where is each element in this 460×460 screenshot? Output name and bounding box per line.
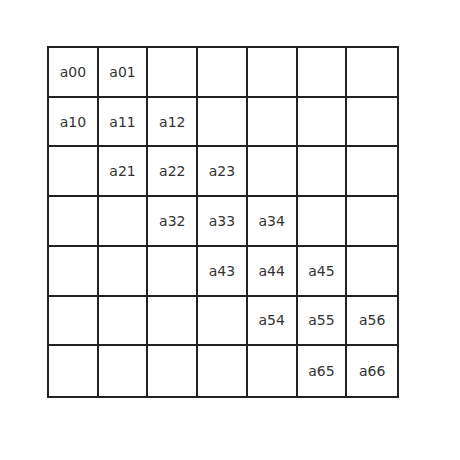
cell-r0c6 bbox=[347, 48, 397, 98]
cell-r3c6 bbox=[347, 197, 397, 247]
matrix-grid: a00a01a10a11a12a21a22a23a32a33a34a43a44a… bbox=[47, 46, 399, 398]
cell-r0c5 bbox=[298, 48, 348, 98]
cell-r6c3 bbox=[198, 346, 248, 396]
cell-r4c2 bbox=[148, 247, 198, 297]
cell-r6c5: a65 bbox=[298, 346, 348, 396]
cell-r1c4 bbox=[248, 98, 298, 148]
cell-r2c0 bbox=[49, 147, 99, 197]
cell-r5c5: a55 bbox=[298, 297, 348, 347]
cell-r5c1 bbox=[99, 297, 149, 347]
cell-r3c2: a32 bbox=[148, 197, 198, 247]
cell-r3c4: a34 bbox=[248, 197, 298, 247]
cell-r1c6 bbox=[347, 98, 397, 148]
cell-r5c2 bbox=[148, 297, 198, 347]
cell-r6c1 bbox=[99, 346, 149, 396]
cell-r4c1 bbox=[99, 247, 149, 297]
cell-r5c4: a54 bbox=[248, 297, 298, 347]
cell-r5c3 bbox=[198, 297, 248, 347]
cell-r5c6: a56 bbox=[347, 297, 397, 347]
cell-r4c0 bbox=[49, 247, 99, 297]
cell-r0c0: a00 bbox=[49, 48, 99, 98]
cell-r1c0: a10 bbox=[49, 98, 99, 148]
cell-r3c0 bbox=[49, 197, 99, 247]
cell-r0c2 bbox=[148, 48, 198, 98]
cell-r3c3: a33 bbox=[198, 197, 248, 247]
cell-r2c5 bbox=[298, 147, 348, 197]
cell-r1c3 bbox=[198, 98, 248, 148]
cell-r1c1: a11 bbox=[99, 98, 149, 148]
cell-r3c1 bbox=[99, 197, 149, 247]
cell-r2c4 bbox=[248, 147, 298, 197]
page: a00a01a10a11a12a21a22a23a32a33a34a43a44a… bbox=[0, 0, 460, 460]
cell-r5c0 bbox=[49, 297, 99, 347]
cell-r4c4: a44 bbox=[248, 247, 298, 297]
cell-r2c6 bbox=[347, 147, 397, 197]
cell-r4c3: a43 bbox=[198, 247, 248, 297]
cell-r2c1: a21 bbox=[99, 147, 149, 197]
cell-r0c3 bbox=[198, 48, 248, 98]
cell-r2c3: a23 bbox=[198, 147, 248, 197]
cell-r6c0 bbox=[49, 346, 99, 396]
cell-r6c4 bbox=[248, 346, 298, 396]
cell-r3c5 bbox=[298, 197, 348, 247]
cell-r1c5 bbox=[298, 98, 348, 148]
cell-r6c2 bbox=[148, 346, 198, 396]
cell-r6c6: a66 bbox=[347, 346, 397, 396]
cell-r4c5: a45 bbox=[298, 247, 348, 297]
cell-r4c6 bbox=[347, 247, 397, 297]
cell-r1c2: a12 bbox=[148, 98, 198, 148]
cell-r0c1: a01 bbox=[99, 48, 149, 98]
cell-r2c2: a22 bbox=[148, 147, 198, 197]
cell-r0c4 bbox=[248, 48, 298, 98]
